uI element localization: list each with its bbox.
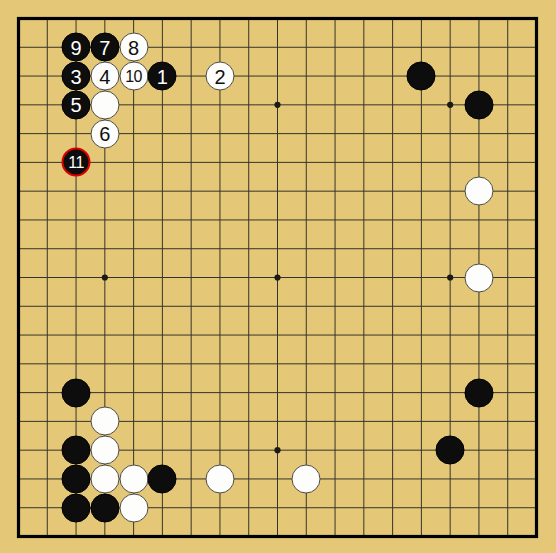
stone-white [90,464,119,493]
stone-black [62,464,91,493]
move-number: 2 [214,66,225,86]
move-number: 3 [70,66,81,86]
stones-layer: 9783410125611 [0,0,556,553]
stone-white: 10 [119,62,148,91]
stone-black: 7 [90,33,119,62]
stone-white [292,464,321,493]
stone-black [464,90,493,119]
stone-black: 5 [62,90,91,119]
move-number: 6 [99,124,110,144]
stone-black [90,493,119,522]
stone-white [119,493,148,522]
stone-black: 3 [62,62,91,91]
stone-white [90,407,119,436]
stone-white: 2 [205,62,234,91]
stone-black [464,378,493,407]
stone-white [119,464,148,493]
stone-white [90,90,119,119]
stone-white [205,464,234,493]
move-number: 10 [125,68,142,84]
stone-white: 6 [90,119,119,148]
go-board[interactable]: 9783410125611 [0,0,556,553]
stone-black [148,464,177,493]
move-number: 11 [68,154,84,170]
move-number: 7 [99,37,110,57]
stone-black [436,436,465,465]
stone-black: 9 [62,33,91,62]
move-number: 9 [70,37,81,57]
stone-white [90,436,119,465]
stone-white: 4 [90,62,119,91]
stone-white [464,263,493,292]
stone-white [464,177,493,206]
stone-black [62,378,91,407]
stone-black [62,493,91,522]
stone-black: 1 [148,62,177,91]
stone-black-marked: 11 [62,148,91,177]
move-number: 1 [157,66,168,86]
move-number: 5 [70,95,81,115]
move-number: 8 [128,37,139,57]
stone-white: 8 [119,33,148,62]
stone-black [62,436,91,465]
move-number: 4 [99,66,110,86]
stone-black [407,62,436,91]
